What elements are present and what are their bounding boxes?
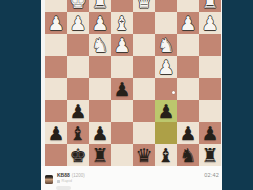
square-e1[interactable] <box>111 0 133 12</box>
white-pawn[interactable]: ♟ <box>201 12 218 34</box>
square-d8[interactable]: ♛ <box>133 144 155 166</box>
black-pawn[interactable]: ♟ <box>91 122 108 144</box>
square-h5[interactable] <box>45 78 67 100</box>
square-c3[interactable]: ♞ <box>155 34 177 56</box>
square-e7[interactable] <box>111 122 133 144</box>
white-rook[interactable]: ♜ <box>91 0 108 12</box>
square-b2[interactable]: ♟ <box>177 12 199 34</box>
square-c6[interactable]: ♟ <box>155 100 177 122</box>
black-pawn[interactable]: ♟ <box>113 78 130 100</box>
black-king[interactable]: ♚ <box>69 144 86 166</box>
square-g1[interactable]: ♚ <box>67 0 89 12</box>
white-pawn[interactable]: ♟ <box>157 56 174 78</box>
square-e8[interactable] <box>111 144 133 166</box>
black-pawn[interactable]: ♟ <box>201 122 218 144</box>
square-h4[interactable] <box>45 56 67 78</box>
square-b8[interactable]: ♞ <box>177 144 199 166</box>
black-bishop[interactable]: ♝ <box>69 122 86 144</box>
square-g2[interactable]: ♟ <box>67 12 89 34</box>
square-a3[interactable] <box>199 34 221 56</box>
white-pawn[interactable]: ♟ <box>69 12 86 34</box>
square-h6[interactable] <box>45 100 67 122</box>
square-b4[interactable] <box>177 56 199 78</box>
square-c1[interactable] <box>155 0 177 12</box>
square-f7[interactable]: ♟ <box>89 122 111 144</box>
square-f8[interactable]: ♜ <box>89 144 111 166</box>
square-f6[interactable] <box>89 100 111 122</box>
square-e6[interactable] <box>111 100 133 122</box>
black-pawn[interactable]: ♟ <box>157 100 174 122</box>
square-d5[interactable] <box>133 78 155 100</box>
black-rook[interactable]: ♜ <box>201 144 218 166</box>
black-rook[interactable]: ♜ <box>91 144 108 166</box>
square-f5[interactable] <box>89 78 111 100</box>
square-e4[interactable] <box>111 56 133 78</box>
black-knight[interactable]: ♞ <box>179 144 196 166</box>
square-g8[interactable]: ♚ <box>67 144 89 166</box>
square-f2[interactable]: ♟ <box>89 12 111 34</box>
white-pawn[interactable]: ♟ <box>179 12 196 34</box>
player-subtext: Rapid <box>62 179 72 184</box>
next-row-edge <box>56 186 71 190</box>
mouse-cursor-dot <box>172 91 175 94</box>
square-g5[interactable] <box>67 78 89 100</box>
app-window: ♚♜♛♜♟♟♟♝♟♟♞♟♞♟♟♟♟♟♝♟♟♟♚♜♛♝♞♜ 1 KB88 (120… <box>0 0 253 190</box>
square-d7[interactable] <box>133 122 155 144</box>
square-h1[interactable] <box>45 0 67 12</box>
square-e2[interactable]: ♝ <box>111 12 133 34</box>
white-rook[interactable]: ♜ <box>201 0 218 12</box>
square-a2[interactable]: ♟ <box>199 12 221 34</box>
white-bishop[interactable]: ♝ <box>113 12 130 34</box>
square-a4[interactable] <box>199 56 221 78</box>
square-f4[interactable] <box>89 56 111 78</box>
square-c4[interactable]: ♟ <box>155 56 177 78</box>
square-g6[interactable]: ♟ <box>67 100 89 122</box>
square-g4[interactable] <box>67 56 89 78</box>
square-c7[interactable] <box>155 122 177 144</box>
black-pawn[interactable]: ♟ <box>69 100 86 122</box>
black-pawn[interactable]: ♟ <box>179 122 196 144</box>
square-b6[interactable] <box>177 100 199 122</box>
white-pawn[interactable]: ♟ <box>91 12 108 34</box>
square-f1[interactable]: ♜ <box>89 0 111 12</box>
square-g3[interactable] <box>67 34 89 56</box>
square-e5[interactable]: ♟ <box>111 78 133 100</box>
square-h2[interactable]: ♟ <box>45 12 67 34</box>
square-a8[interactable]: ♜ <box>199 144 221 166</box>
square-b3[interactable] <box>177 34 199 56</box>
white-knight[interactable]: ♞ <box>91 34 108 56</box>
square-c5[interactable] <box>155 78 177 100</box>
square-d2[interactable] <box>133 12 155 34</box>
square-h3[interactable] <box>45 34 67 56</box>
square-a1[interactable]: ♜ <box>199 0 221 12</box>
white-queen[interactable]: ♛ <box>135 0 152 12</box>
square-b5[interactable] <box>177 78 199 100</box>
chess-board[interactable]: ♚♜♛♜♟♟♟♝♟♟♞♟♞♟♟♟♟♟♝♟♟♟♚♜♛♝♞♜ <box>45 0 221 166</box>
square-c2[interactable] <box>155 12 177 34</box>
player-clock: 02:42 <box>204 172 219 179</box>
white-knight[interactable]: ♞ <box>157 34 174 56</box>
square-c8[interactable]: ♝ <box>155 144 177 166</box>
square-g7[interactable]: ♝ <box>67 122 89 144</box>
flag-icon <box>57 180 60 183</box>
square-d1[interactable]: ♛ <box>133 0 155 12</box>
black-bishop[interactable]: ♝ <box>157 144 174 166</box>
square-h7[interactable]: ♟ <box>45 122 67 144</box>
black-queen[interactable]: ♛ <box>135 144 152 166</box>
white-king[interactable]: ♚ <box>69 0 86 12</box>
black-pawn[interactable]: ♟ <box>47 122 64 144</box>
player-avatar[interactable] <box>45 175 53 184</box>
square-h8[interactable] <box>45 144 67 166</box>
square-b1[interactable] <box>177 0 199 12</box>
white-pawn[interactable]: ♟ <box>113 34 130 56</box>
square-e3[interactable]: ♟ <box>111 34 133 56</box>
white-pawn[interactable]: ♟ <box>47 12 64 34</box>
square-f3[interactable]: ♞ <box>89 34 111 56</box>
square-b7[interactable]: ♟ <box>177 122 199 144</box>
square-a6[interactable] <box>199 100 221 122</box>
left-background-panel <box>0 0 41 190</box>
square-d3[interactable] <box>133 34 155 56</box>
player-rating: (1200) <box>72 173 85 179</box>
right-background-panel <box>222 0 253 190</box>
square-d4[interactable] <box>133 56 155 78</box>
square-a7[interactable]: ♟ <box>199 122 221 144</box>
square-d6[interactable] <box>133 100 155 122</box>
square-a5[interactable] <box>199 78 221 100</box>
